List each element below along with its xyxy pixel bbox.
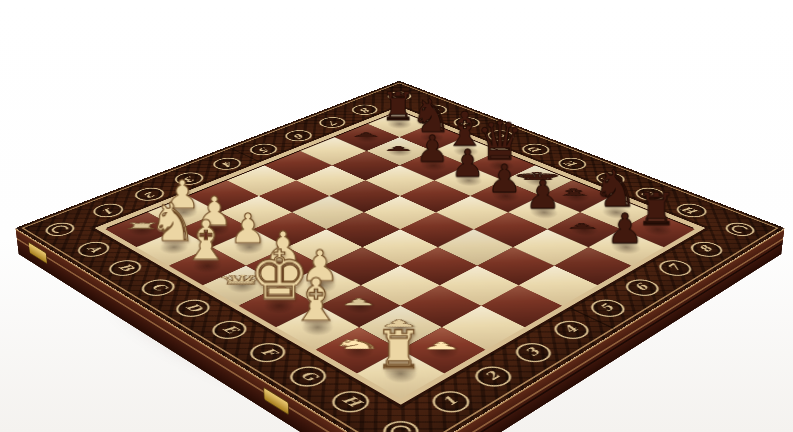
piece-shadow <box>292 271 350 301</box>
file-label-far-f: F <box>591 170 631 188</box>
piece-shadow <box>115 217 169 243</box>
corner-spiral-medallion <box>40 220 80 239</box>
rank-label-5: 5 <box>584 296 631 320</box>
rank-label-far-2: 2 <box>129 185 170 203</box>
rank-label-far-7: 7 <box>314 115 351 130</box>
file-label-far-h: H <box>671 201 712 220</box>
file-label-far-g: G <box>630 185 671 203</box>
rank-label-1: 1 <box>425 387 477 417</box>
rank-label-2: 2 <box>468 362 518 390</box>
piece-shadow <box>368 356 433 392</box>
file-label-h: H <box>325 387 377 417</box>
file-label-far-b: B <box>448 115 485 130</box>
file-label-a: A <box>72 239 116 260</box>
rank-label-7: 7 <box>653 257 698 279</box>
file-label-far-e: E <box>553 155 592 172</box>
rank-label-far-6: 6 <box>280 128 317 144</box>
rank-label-3: 3 <box>509 339 558 366</box>
corner-spiral-medallion <box>376 417 426 432</box>
file-label-d: D <box>170 296 217 320</box>
corner-spiral-medallion <box>383 90 416 103</box>
piece-shadow <box>589 200 643 225</box>
file-label-c: C <box>135 276 181 299</box>
piece-shadow <box>630 217 685 243</box>
rank-label-far-1: 1 <box>88 201 129 220</box>
file-label-g: G <box>283 362 333 390</box>
file-label-far-c: C <box>482 128 519 144</box>
piece-shadow <box>443 169 494 192</box>
square-c1: ♝ <box>169 247 246 285</box>
corner-spiral-medallion <box>720 220 760 239</box>
rank-label-far-4: 4 <box>208 155 247 172</box>
file-label-f: F <box>243 339 292 366</box>
carved-border-frame: ♜♞♝♛♚♝♞♜♟♟♟♟♟♟♟♟♟♟♟♟♟♟♟♟♜♞♝♛♚♝♞♜ AA88BB7… <box>15 81 784 432</box>
rank-label-4: 4 <box>548 317 596 343</box>
rank-label-8: 8 <box>685 239 729 260</box>
chess-set-photo: ♜♞♝♛♚♝♞♜♟♟♟♟♟♟♟♟♟♟♟♟♟♟♟♟♜♞♝♛♚♝♞♜ AA88BB7… <box>0 0 793 432</box>
square-b2: ♟ <box>179 212 253 247</box>
perspective-wrapper: ♜♞♝♛♚♝♞♜♟♟♟♟♟♟♟♟♟♟♟♟♟♟♟♟♜♞♝♛♚♝♞♜ AA88BB7… <box>0 0 793 432</box>
rank-label-far-5: 5 <box>244 141 282 157</box>
square-h5 <box>519 266 598 306</box>
file-label-e: E <box>205 317 253 343</box>
rank-label-far-8: 8 <box>347 103 383 117</box>
file-label-b: B <box>103 257 148 279</box>
brass-latch <box>28 242 47 265</box>
piece-shadow <box>287 311 348 344</box>
folding-chess-board: ♜♞♝♛♚♝♞♜♟♟♟♟♟♟♟♟♟♟♟♟♟♟♟♟♜♞♝♛♚♝♞♜ AA88BB7… <box>15 81 784 432</box>
rank-label-far-3: 3 <box>169 170 209 188</box>
file-label-far-a: A <box>416 103 452 117</box>
file-label-far-d: D <box>517 141 555 157</box>
rank-label-6: 6 <box>619 276 665 299</box>
